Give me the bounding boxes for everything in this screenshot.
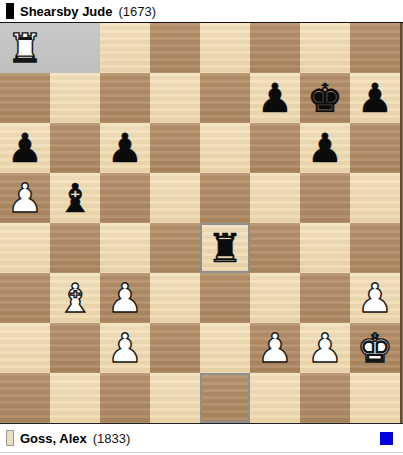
black-pawn: ♟ — [257, 73, 293, 123]
bottom-player-bar: Goss, Alex (1833) — [0, 423, 403, 453]
square-g6[interactable]: ♟ — [300, 123, 350, 173]
square-b3[interactable]: ♝ — [50, 273, 100, 323]
square-g5[interactable] — [300, 173, 350, 223]
square-a8[interactable]: ♜ — [0, 23, 50, 73]
square-e6[interactable] — [200, 123, 250, 173]
white-pawn: ♟ — [7, 173, 43, 223]
black-bishop: ♝ — [57, 173, 93, 223]
white-pawn: ♟ — [257, 323, 293, 373]
square-f1[interactable] — [250, 373, 300, 423]
black-pawn: ♟ — [357, 73, 393, 123]
bottom-player-rating: (1833) — [93, 431, 131, 446]
square-g2[interactable]: ♟ — [300, 323, 350, 373]
square-g7[interactable]: ♚ — [300, 73, 350, 123]
square-d3[interactable] — [150, 273, 200, 323]
white-king: ♚ — [357, 323, 393, 373]
square-b7[interactable] — [50, 73, 100, 123]
square-d1[interactable] — [150, 373, 200, 423]
square-a5[interactable]: ♟ — [0, 173, 50, 223]
square-h1[interactable] — [350, 373, 400, 423]
white-bishop: ♝ — [57, 273, 93, 323]
square-a4[interactable] — [0, 223, 50, 273]
square-a6[interactable]: ♟ — [0, 123, 50, 173]
square-g1[interactable] — [300, 373, 350, 423]
board-wrap: ♜♟♚♟♟♟♟♟♝♜♝♟♟♟♟♟♚ — [0, 23, 403, 423]
square-f6[interactable] — [250, 123, 300, 173]
square-d2[interactable] — [150, 323, 200, 373]
square-e3[interactable] — [200, 273, 250, 323]
bottom-player-name: Goss, Alex — [20, 431, 87, 446]
white-pawn: ♟ — [107, 273, 143, 323]
square-f4[interactable] — [250, 223, 300, 273]
square-b2[interactable] — [50, 323, 100, 373]
square-c6[interactable]: ♟ — [100, 123, 150, 173]
square-d4[interactable] — [150, 223, 200, 273]
square-e8[interactable] — [200, 23, 250, 73]
square-f8[interactable] — [250, 23, 300, 73]
square-h3[interactable]: ♟ — [350, 273, 400, 323]
square-e7[interactable] — [200, 73, 250, 123]
white-rook: ♜ — [7, 23, 43, 73]
square-h4[interactable] — [350, 223, 400, 273]
square-c4[interactable] — [100, 223, 150, 273]
square-a3[interactable] — [0, 273, 50, 323]
white-pawn: ♟ — [107, 323, 143, 373]
top-player-bar: Shearsby Jude (1673) — [0, 0, 403, 23]
square-a7[interactable] — [0, 73, 50, 123]
square-c8[interactable] — [100, 23, 150, 73]
white-pawn: ♟ — [307, 323, 343, 373]
square-g4[interactable] — [300, 223, 350, 273]
square-h5[interactable] — [350, 173, 400, 223]
square-b5[interactable]: ♝ — [50, 173, 100, 223]
square-a1[interactable] — [0, 373, 50, 423]
square-h2[interactable]: ♚ — [350, 323, 400, 373]
square-d6[interactable] — [150, 123, 200, 173]
square-e2[interactable] — [200, 323, 250, 373]
chess-board: ♜♟♚♟♟♟♟♟♝♜♝♟♟♟♟♟♚ — [0, 23, 402, 423]
square-b6[interactable] — [50, 123, 100, 173]
square-d8[interactable] — [150, 23, 200, 73]
square-d5[interactable] — [150, 173, 200, 223]
top-player-name: Shearsby Jude — [20, 4, 113, 19]
square-g3[interactable] — [300, 273, 350, 323]
black-pawn: ♟ — [107, 123, 143, 173]
black-king: ♚ — [307, 73, 343, 123]
square-f3[interactable] — [250, 273, 300, 323]
square-b8[interactable] — [50, 23, 100, 73]
square-h7[interactable]: ♟ — [350, 73, 400, 123]
black-rook: ♜ — [207, 223, 243, 273]
square-b4[interactable] — [50, 223, 100, 273]
square-f5[interactable] — [250, 173, 300, 223]
square-h8[interactable] — [350, 23, 400, 73]
square-e5[interactable] — [200, 173, 250, 223]
black-side-icon — [6, 3, 14, 19]
square-b1[interactable] — [50, 373, 100, 423]
top-player-rating: (1673) — [119, 4, 157, 19]
square-c7[interactable] — [100, 73, 150, 123]
turn-indicator — [380, 432, 393, 445]
square-c2[interactable]: ♟ — [100, 323, 150, 373]
black-pawn: ♟ — [7, 123, 43, 173]
white-pawn: ♟ — [357, 273, 393, 323]
square-c1[interactable] — [100, 373, 150, 423]
square-h6[interactable] — [350, 123, 400, 173]
square-f2[interactable]: ♟ — [250, 323, 300, 373]
square-c5[interactable] — [100, 173, 150, 223]
white-side-icon — [6, 430, 14, 446]
square-f7[interactable]: ♟ — [250, 73, 300, 123]
square-g8[interactable] — [300, 23, 350, 73]
square-e4[interactable]: ♜ — [200, 223, 250, 273]
square-d7[interactable] — [150, 73, 200, 123]
black-pawn: ♟ — [307, 123, 343, 173]
square-c3[interactable]: ♟ — [100, 273, 150, 323]
square-a2[interactable] — [0, 323, 50, 373]
square-e1[interactable] — [200, 373, 250, 423]
